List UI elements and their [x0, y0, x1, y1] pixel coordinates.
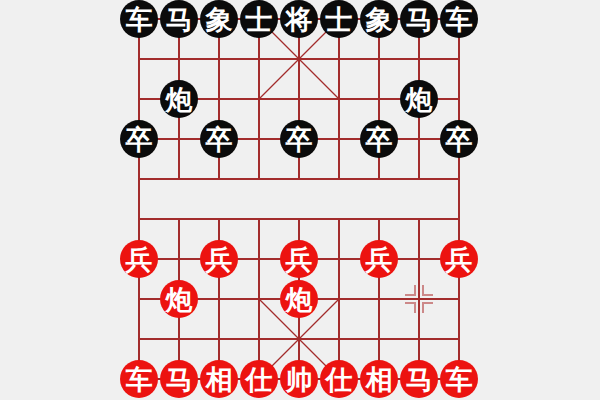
- piece-red-horse[interactable]: 马: [400, 360, 438, 398]
- piece-black-soldier[interactable]: 卒: [440, 120, 478, 158]
- last-move-origin-marker: [404, 284, 434, 314]
- piece-red-horse[interactable]: 马: [160, 360, 198, 398]
- piece-black-advisor[interactable]: 士: [320, 0, 358, 38]
- piece-black-chariot[interactable]: 车: [440, 0, 478, 38]
- piece-red-soldier[interactable]: 兵: [120, 240, 158, 278]
- piece-red-advisor[interactable]: 仕: [320, 360, 358, 398]
- piece-black-soldier[interactable]: 卒: [360, 120, 398, 158]
- piece-black-advisor[interactable]: 士: [240, 0, 278, 38]
- marker-corner-icon: [422, 285, 433, 296]
- marker-corner-icon: [422, 302, 433, 313]
- piece-black-elephant[interactable]: 象: [200, 0, 238, 38]
- piece-black-soldier[interactable]: 卒: [200, 120, 238, 158]
- piece-black-soldier[interactable]: 卒: [120, 120, 158, 158]
- piece-black-soldier[interactable]: 卒: [280, 120, 318, 158]
- piece-black-elephant[interactable]: 象: [360, 0, 398, 38]
- piece-black-horse[interactable]: 马: [160, 0, 198, 38]
- piece-black-cannon[interactable]: 炮: [160, 80, 198, 118]
- board-grid: [0, 0, 600, 400]
- piece-red-elephant[interactable]: 相: [360, 360, 398, 398]
- piece-red-soldier[interactable]: 兵: [200, 240, 238, 278]
- piece-red-cannon[interactable]: 炮: [160, 280, 198, 318]
- xiangqi-board[interactable]: 车马象士将士象马车炮炮卒卒卒卒卒兵兵兵兵兵炮炮车马相仕帅仕相马车: [0, 0, 600, 400]
- piece-red-general[interactable]: 帅: [280, 360, 318, 398]
- piece-red-chariot[interactable]: 车: [440, 360, 478, 398]
- piece-red-cannon[interactable]: 炮: [280, 280, 318, 318]
- piece-black-chariot[interactable]: 车: [120, 0, 158, 38]
- piece-red-elephant[interactable]: 相: [200, 360, 238, 398]
- piece-black-cannon[interactable]: 炮: [400, 80, 438, 118]
- marker-corner-icon: [405, 285, 416, 296]
- piece-black-horse[interactable]: 马: [400, 0, 438, 38]
- piece-red-soldier[interactable]: 兵: [360, 240, 398, 278]
- piece-red-chariot[interactable]: 车: [120, 360, 158, 398]
- piece-red-advisor[interactable]: 仕: [240, 360, 278, 398]
- piece-black-general[interactable]: 将: [280, 0, 318, 38]
- piece-red-soldier[interactable]: 兵: [440, 240, 478, 278]
- marker-corner-icon: [405, 302, 416, 313]
- piece-red-soldier[interactable]: 兵: [280, 240, 318, 278]
